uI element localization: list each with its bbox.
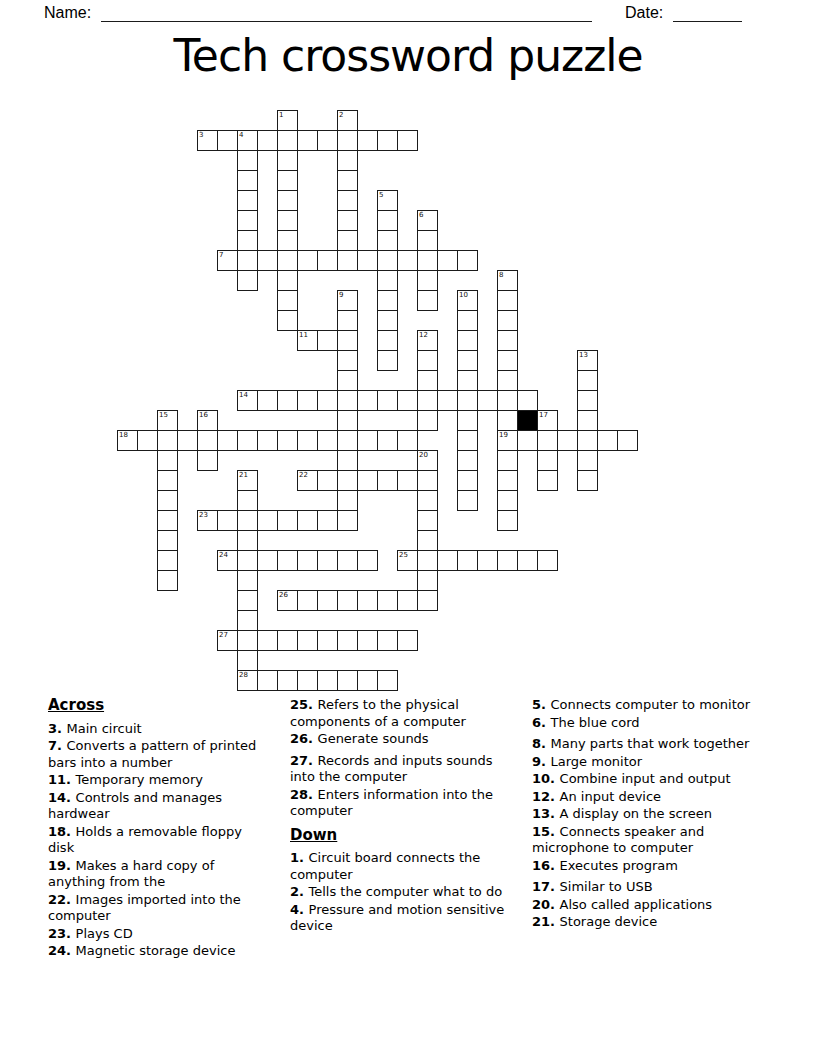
grid-cell[interactable] [317,430,338,451]
grid-cell[interactable] [497,510,518,531]
grid-cell[interactable] [297,670,318,691]
grid-cell[interactable] [537,430,558,451]
grid-cell[interactable] [497,550,518,571]
grid-cell[interactable]: 28 [237,670,258,691]
grid-cell[interactable]: 18 [117,430,138,451]
grid-cell[interactable]: 4 [237,130,258,151]
clue-text: Combine input and output [560,771,731,786]
grid-cell[interactable] [257,430,278,451]
grid-cell[interactable] [337,230,358,251]
grid-cell[interactable] [457,330,478,351]
grid-cell[interactable] [257,390,278,411]
grid-cell[interactable] [317,550,338,571]
clue-number: 25. [290,697,318,712]
grid-cell[interactable] [417,550,438,571]
grid-cell[interactable]: 24 [217,550,238,571]
clue-number: 24. [48,943,76,958]
grid-cell[interactable] [377,350,398,371]
grid-cell[interactable] [157,450,178,471]
grid-cell[interactable] [377,630,398,651]
grid-cell[interactable] [577,390,598,411]
grid-cell[interactable] [237,650,258,671]
grid-cell[interactable] [217,510,238,531]
clue-number: 14. [48,790,76,805]
grid-cell[interactable] [337,670,358,691]
grid-cell[interactable] [377,250,398,271]
grid-cell[interactable] [357,670,378,691]
grid-cell[interactable]: 26 [277,590,298,611]
grid-cell[interactable] [397,630,418,651]
clue-6: 6. The blue cord [532,715,754,732]
grid-cell[interactable] [457,430,478,451]
clue-text: Plays CD [76,926,133,941]
grid-cell[interactable] [337,190,358,211]
grid-cell[interactable] [297,510,318,531]
grid-cell[interactable] [477,390,498,411]
clue-27: 27. Records and inputs sounds into the c… [290,753,510,786]
clue-text: Holds a removable floppy disk [48,824,242,856]
clue-number: 28. [290,787,318,802]
grid-cell[interactable] [497,490,518,511]
grid-cell[interactable] [337,450,358,471]
grid-cell[interactable]: 16 [197,410,218,431]
grid-cell[interactable] [237,510,258,531]
grid-cell[interactable] [177,430,198,451]
grid-cell[interactable]: 2 [337,110,358,131]
grid-cell[interactable] [297,630,318,651]
grid-cell[interactable] [377,210,398,231]
grid-cell[interactable] [217,130,238,151]
grid-cell[interactable] [417,230,438,251]
grid-cell[interactable]: 1 [277,110,298,131]
grid-cell[interactable] [457,390,478,411]
date-label: Date: [625,4,663,22]
grid-cell[interactable] [377,590,398,611]
grid-cell[interactable] [277,170,298,191]
grid-cell[interactable] [517,430,538,451]
grid-cell[interactable] [277,270,298,291]
grid-cell[interactable]: 10 [457,290,478,311]
grid-cell[interactable] [337,410,358,431]
page-title: Tech crossword puzzle [0,30,816,81]
grid-cell[interactable] [457,450,478,471]
clue-number: 23. [48,926,76,941]
grid-cell[interactable] [277,510,298,531]
grid-cell[interactable] [457,310,478,331]
grid-cell[interactable] [337,430,358,451]
grid-cell[interactable] [417,370,438,391]
grid-cell[interactable] [397,430,418,451]
clue-number: 21. [532,914,560,929]
grid-cell[interactable] [457,350,478,371]
grid-cell[interactable] [157,510,178,531]
grid-cell[interactable] [437,550,458,571]
cell-number: 22 [299,471,308,479]
grid-cell[interactable] [417,250,438,271]
grid-cell[interactable] [377,130,398,151]
grid-cell[interactable] [517,550,538,571]
grid-cell[interactable] [377,470,398,491]
grid-cell[interactable] [497,330,518,351]
clue-19: 19. Makes a hard copy of anything from t… [48,858,262,891]
grid-cell[interactable]: 9 [337,290,358,311]
grid-cell[interactable]: 14 [237,390,258,411]
grid-cell[interactable] [277,390,298,411]
grid-cell[interactable] [317,330,338,351]
grid-cell[interactable] [277,130,298,151]
clue-text: Similar to USB [560,879,653,894]
cell-number: 16 [199,411,208,419]
clue-number: 8. [532,736,551,751]
clue-22: 22. Images imported into the computer [48,892,262,925]
grid-cell[interactable] [397,250,418,271]
grid-cell[interactable] [257,550,278,571]
grid-cell[interactable] [237,550,258,571]
grid-cell[interactable]: 8 [497,270,518,291]
grid-cell[interactable] [277,550,298,571]
grid-cell[interactable] [357,470,378,491]
date-input-line[interactable] [673,5,742,22]
grid-cell[interactable] [417,270,438,291]
clue-12: 12. An input device [532,789,754,806]
grid-cell[interactable] [277,310,298,331]
grid-cell[interactable] [457,470,478,491]
grid-cell[interactable] [337,630,358,651]
grid-cell[interactable] [377,430,398,451]
grid-cell[interactable] [497,370,518,391]
grid-cell[interactable] [157,430,178,451]
clue-5: 5. Connects computer to monitor [532,697,754,714]
clue-text: Large monitor [551,754,643,769]
clue-text: Connects computer to monitor [551,697,751,712]
grid-cell[interactable] [497,410,518,431]
grid-cell[interactable] [337,370,358,391]
cell-number: 27 [219,631,228,639]
grid-cell[interactable] [377,270,398,291]
clue-number: 15. [532,824,560,839]
grid-cell[interactable] [517,390,538,411]
black-cell [517,410,538,431]
clue-20: 20. Also called applications [532,897,754,914]
grid-cell[interactable] [277,230,298,251]
grid-cell[interactable] [297,430,318,451]
clue-text: Enters information into the computer [290,787,493,819]
grid-cell[interactable]: 7 [217,250,238,271]
grid-cell[interactable] [237,150,258,171]
grid-cell[interactable]: 25 [397,550,418,571]
grid-cell[interactable] [397,390,418,411]
grid-cell[interactable] [297,130,318,151]
clue-text: Pressure and motion sensitive device [290,902,504,934]
grid-cell[interactable] [417,410,438,431]
grid-cell[interactable]: 5 [377,190,398,211]
grid-cell[interactable] [357,630,378,651]
grid-cell[interactable] [337,510,358,531]
grid-cell[interactable] [297,250,318,271]
clue-number: 5. [532,697,551,712]
clue-21: 21. Storage device [532,914,754,931]
grid-cell[interactable] [277,630,298,651]
clue-number: 18. [48,824,76,839]
grid-cell[interactable] [357,130,378,151]
grid-cell[interactable] [237,270,258,291]
cell-number: 6 [419,211,423,219]
clue-25: 25. Refers to the physical components of… [290,697,510,730]
grid-cell[interactable] [197,430,218,451]
grid-cell[interactable] [577,370,598,391]
cell-number: 14 [239,391,248,399]
grid-cell[interactable] [357,430,378,451]
grid-cell[interactable] [397,470,418,491]
grid-cell[interactable] [197,450,218,471]
grid-cell[interactable] [357,550,378,571]
grid-cell[interactable] [417,350,438,371]
grid-cell[interactable] [337,490,358,511]
grid-cell[interactable] [317,670,338,691]
grid-cell[interactable] [157,530,178,551]
grid-cell[interactable] [257,630,278,651]
grid-cell[interactable]: 22 [297,470,318,491]
clue-number: 6. [532,715,551,730]
grid-cell[interactable] [337,550,358,571]
grid-cell[interactable] [477,550,498,571]
cell-number: 11 [299,331,308,339]
grid-cell[interactable] [237,570,258,591]
grid-cell[interactable] [397,590,418,611]
grid-cell[interactable] [537,550,558,571]
grid-cell[interactable] [357,250,378,271]
grid-cell[interactable] [217,430,238,451]
clue-11: 11. Temporary memory [48,772,262,789]
crossword-grid: 1234567891011121314151617181920212223242… [117,110,637,690]
cell-number: 24 [219,551,228,559]
clue-text: Temporary memory [76,772,203,787]
grid-cell[interactable] [237,490,258,511]
grid-cell[interactable] [337,350,358,371]
grid-cell[interactable] [337,150,358,171]
grid-cell[interactable] [457,410,478,431]
clue-text: The blue cord [551,715,640,730]
grid-cell[interactable] [357,590,378,611]
grid-cell[interactable] [317,590,338,611]
clue-text: Converts a pattern of printed bars into … [48,738,256,770]
grid-cell[interactable] [317,250,338,271]
grid-cell[interactable] [377,310,398,331]
grid-cell[interactable] [277,190,298,211]
grid-cell[interactable] [277,210,298,231]
grid-cell[interactable] [237,190,258,211]
grid-cell[interactable] [337,470,358,491]
cell-number: 4 [239,131,243,139]
clue-number: 27. [290,753,318,768]
clue-number: 20. [532,897,560,912]
cell-number: 2 [339,111,343,119]
grid-cell[interactable] [417,510,438,531]
grid-cell[interactable] [237,210,258,231]
grid-cell[interactable] [317,390,338,411]
grid-cell[interactable] [457,490,478,511]
grid-cell[interactable]: 21 [237,470,258,491]
grid-cell[interactable]: 27 [217,630,238,651]
grid-cell[interactable] [237,430,258,451]
grid-cell[interactable] [417,590,438,611]
grid-cell[interactable] [257,250,278,271]
grid-cell[interactable] [337,130,358,151]
grid-cell[interactable] [497,450,518,471]
grid-cell[interactable] [157,470,178,491]
cell-number: 9 [339,291,343,299]
grid-cell[interactable] [237,170,258,191]
grid-cell[interactable] [157,490,178,511]
grid-cell[interactable] [497,310,518,331]
grid-cell[interactable] [277,150,298,171]
cell-number: 5 [379,191,383,199]
grid-cell[interactable] [317,510,338,531]
grid-cell[interactable] [337,310,358,331]
grid-cell[interactable]: 13 [577,350,598,371]
grid-cell[interactable] [337,170,358,191]
grid-cell[interactable] [237,590,258,611]
clue-text: Magnetic storage device [76,943,236,958]
grid-cell[interactable] [377,230,398,251]
grid-cell[interactable] [277,290,298,311]
clue-2: 2. Tells the computer what to do [290,884,510,901]
grid-cell[interactable] [317,630,338,651]
grid-cell[interactable] [277,430,298,451]
cell-number: 25 [399,551,408,559]
clue-text: Main circuit [67,721,142,736]
grid-cell[interactable] [577,410,598,431]
grid-cell[interactable] [337,590,358,611]
grid-cell[interactable] [417,290,438,311]
cell-number: 12 [419,331,428,339]
grid-cell[interactable]: 20 [417,450,438,471]
grid-cell[interactable] [437,390,458,411]
clue-24: 24. Magnetic storage device [48,943,262,960]
clue-number: 17. [532,879,560,894]
grid-cell[interactable] [617,430,638,451]
cell-number: 7 [219,251,223,259]
grid-cell[interactable] [437,250,458,271]
grid-cell[interactable] [237,230,258,251]
clue-text: Many parts that work together [551,736,750,751]
clue-text: Generate sounds [318,731,429,746]
clue-text: Tells the computer what to do [309,884,503,899]
grid-cell[interactable] [537,450,558,471]
grid-cell[interactable] [297,390,318,411]
grid-cell[interactable] [297,550,318,571]
grid-cell[interactable] [277,670,298,691]
cell-number: 17 [539,411,548,419]
grid-cell[interactable] [497,470,518,491]
clue-number: 3. [48,721,67,736]
grid-cell[interactable] [157,550,178,571]
grid-cell[interactable] [417,570,438,591]
grid-cell[interactable] [497,290,518,311]
grid-cell[interactable] [457,250,478,271]
grid-cell[interactable] [537,470,558,491]
grid-cell[interactable] [297,590,318,611]
clue-text: Storage device [560,914,658,929]
clue-number: 22. [48,892,76,907]
grid-cell[interactable] [417,390,438,411]
grid-cell[interactable]: 12 [417,330,438,351]
across-header: Across [48,697,262,714]
clue-text: Also called applications [560,897,713,912]
grid-cell[interactable] [417,490,438,511]
grid-cell[interactable] [237,610,258,631]
grid-cell[interactable]: 15 [157,410,178,431]
clue-column-down: 5. Connects computer to monitor6. The bl… [532,697,754,932]
grid-cell[interactable] [237,630,258,651]
grid-cell[interactable] [337,330,358,351]
grid-cell[interactable] [577,470,598,491]
clue-15: 15. Connects speaker and microphone to c… [532,824,754,857]
grid-cell[interactable] [337,210,358,231]
grid-cell[interactable]: 11 [297,330,318,351]
clue-number: 10. [532,771,560,786]
grid-cell[interactable] [157,570,178,591]
grid-cell[interactable] [457,370,478,391]
grid-cell[interactable] [337,250,358,271]
clue-number: 13. [532,806,560,821]
grid-cell[interactable]: 23 [197,510,218,531]
clue-number: 4. [290,902,309,917]
grid-cell[interactable] [257,130,278,151]
clue-text: An input device [560,789,662,804]
grid-cell[interactable] [417,470,438,491]
cell-number: 21 [239,471,248,479]
clue-text: A display on the screen [560,806,712,821]
grid-cell[interactable] [257,670,278,691]
grid-cell[interactable] [357,390,378,411]
grid-cell[interactable] [257,510,278,531]
grid-cell[interactable] [237,530,258,551]
grid-cell[interactable] [317,130,338,151]
name-input-line[interactable] [101,5,592,22]
grid-cell[interactable] [557,430,578,451]
grid-cell[interactable] [577,450,598,471]
grid-cell[interactable]: 17 [537,410,558,431]
clue-26: 26. Generate sounds [290,731,510,748]
grid-cell[interactable] [317,470,338,491]
grid-cell[interactable] [377,290,398,311]
grid-cell[interactable] [417,530,438,551]
clue-column-middle: 25. Refers to the physical components of… [290,697,510,936]
grid-cell[interactable] [377,330,398,351]
grid-cell[interactable] [377,670,398,691]
cell-number: 23 [199,511,208,519]
clue-number: 7. [48,738,67,753]
grid-cell[interactable]: 19 [497,430,518,451]
grid-cell[interactable] [377,390,398,411]
grid-cell[interactable] [337,390,358,411]
clue-8: 8. Many parts that work together [532,736,754,753]
grid-cell[interactable] [237,250,258,271]
grid-cell[interactable] [597,430,618,451]
grid-cell[interactable] [137,430,158,451]
clue-number: 1. [290,850,309,865]
grid-cell[interactable] [457,550,478,571]
grid-cell[interactable]: 6 [417,210,438,231]
grid-cell[interactable] [277,250,298,271]
grid-cell[interactable]: 3 [197,130,218,151]
grid-cell[interactable] [577,430,598,451]
clue-text: Circuit board connects the computer [290,850,480,882]
grid-cell[interactable] [397,130,418,151]
grid-cell[interactable] [497,390,518,411]
grid-cell[interactable] [497,350,518,371]
